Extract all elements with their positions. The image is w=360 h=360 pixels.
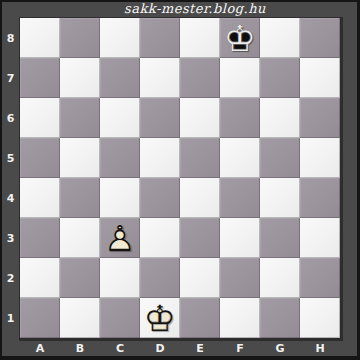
- file-label-c: C: [100, 340, 140, 356]
- rank-label-7: 7: [2, 58, 19, 98]
- square-g1[interactable]: [260, 298, 300, 338]
- square-c7[interactable]: [100, 58, 140, 98]
- square-f1[interactable]: [220, 298, 260, 338]
- file-label-f: F: [220, 340, 260, 356]
- square-a4[interactable]: [20, 178, 60, 218]
- square-c3[interactable]: ♟♙: [100, 218, 140, 258]
- square-c1[interactable]: [100, 298, 140, 338]
- square-h5[interactable]: [300, 138, 340, 178]
- rank-label-1: 1: [2, 298, 19, 338]
- rank-label-5: 5: [2, 138, 19, 178]
- black-king-f8[interactable]: ♚♔: [220, 18, 260, 58]
- square-h7[interactable]: [300, 58, 340, 98]
- square-g4[interactable]: [260, 178, 300, 218]
- square-f7[interactable]: [220, 58, 260, 98]
- file-label-e: E: [180, 340, 220, 356]
- square-f2[interactable]: [220, 258, 260, 298]
- square-d1[interactable]: ♚♔: [140, 298, 180, 338]
- square-c6[interactable]: [100, 98, 140, 138]
- square-h6[interactable]: [300, 98, 340, 138]
- square-e6[interactable]: [180, 98, 220, 138]
- square-d7[interactable]: [140, 58, 180, 98]
- square-b5[interactable]: [60, 138, 100, 178]
- rank-label-3: 3: [2, 218, 19, 258]
- square-c8[interactable]: [100, 18, 140, 58]
- square-e3[interactable]: [180, 218, 220, 258]
- square-d8[interactable]: [140, 18, 180, 58]
- file-label-g: G: [260, 340, 300, 356]
- square-a7[interactable]: [20, 58, 60, 98]
- square-a3[interactable]: [20, 218, 60, 258]
- white-king-d1[interactable]: ♚♔: [140, 298, 180, 338]
- square-g5[interactable]: [260, 138, 300, 178]
- square-f5[interactable]: [220, 138, 260, 178]
- square-h1[interactable]: [300, 298, 340, 338]
- rank-label-6: 6: [2, 98, 19, 138]
- square-e4[interactable]: [180, 178, 220, 218]
- square-f8[interactable]: ♚♔: [220, 18, 260, 58]
- square-g7[interactable]: [260, 58, 300, 98]
- square-g2[interactable]: [260, 258, 300, 298]
- white-pawn-outline-glyph: ♙: [100, 219, 140, 259]
- square-c4[interactable]: [100, 178, 140, 218]
- file-label-b: B: [60, 340, 100, 356]
- file-label-a: A: [20, 340, 60, 356]
- black-king-outline-glyph: ♔: [220, 19, 260, 59]
- square-e2[interactable]: [180, 258, 220, 298]
- rank-label-4: 4: [2, 178, 19, 218]
- square-e7[interactable]: [180, 58, 220, 98]
- square-g6[interactable]: [260, 98, 300, 138]
- square-a1[interactable]: [20, 298, 60, 338]
- square-a6[interactable]: [20, 98, 60, 138]
- square-b7[interactable]: [60, 58, 100, 98]
- rank-label-2: 2: [2, 258, 19, 298]
- file-label-h: H: [300, 340, 340, 356]
- square-e1[interactable]: [180, 298, 220, 338]
- rank-label-8: 8: [2, 18, 19, 58]
- square-h8[interactable]: [300, 18, 340, 58]
- square-f4[interactable]: [220, 178, 260, 218]
- square-b3[interactable]: [60, 218, 100, 258]
- board-grid: ♚♔♟♙♚♔: [20, 18, 340, 338]
- square-g8[interactable]: [260, 18, 300, 58]
- watermark-text: sakk-mester.blog.hu: [30, 0, 360, 17]
- square-c5[interactable]: [100, 138, 140, 178]
- square-g3[interactable]: [260, 218, 300, 258]
- square-b8[interactable]: [60, 18, 100, 58]
- square-h4[interactable]: [300, 178, 340, 218]
- square-a5[interactable]: [20, 138, 60, 178]
- chess-diagram: sakk-mester.blog.hu ♚♔♟♙♚♔ 87654321ABCDE…: [0, 0, 360, 360]
- white-pawn-c3[interactable]: ♟♙: [100, 218, 140, 258]
- square-h3[interactable]: [300, 218, 340, 258]
- square-f3[interactable]: [220, 218, 260, 258]
- square-e8[interactable]: [180, 18, 220, 58]
- square-a2[interactable]: [20, 258, 60, 298]
- square-f6[interactable]: [220, 98, 260, 138]
- chess-board: ♚♔♟♙♚♔: [19, 17, 343, 341]
- square-h2[interactable]: [300, 258, 340, 298]
- file-label-d: D: [140, 340, 180, 356]
- square-d5[interactable]: [140, 138, 180, 178]
- square-d3[interactable]: [140, 218, 180, 258]
- square-e5[interactable]: [180, 138, 220, 178]
- white-king-outline-glyph: ♔: [140, 299, 180, 339]
- square-b6[interactable]: [60, 98, 100, 138]
- square-c2[interactable]: [100, 258, 140, 298]
- square-d4[interactable]: [140, 178, 180, 218]
- square-d6[interactable]: [140, 98, 180, 138]
- square-b2[interactable]: [60, 258, 100, 298]
- square-b1[interactable]: [60, 298, 100, 338]
- square-d2[interactable]: [140, 258, 180, 298]
- square-b4[interactable]: [60, 178, 100, 218]
- square-a8[interactable]: [20, 18, 60, 58]
